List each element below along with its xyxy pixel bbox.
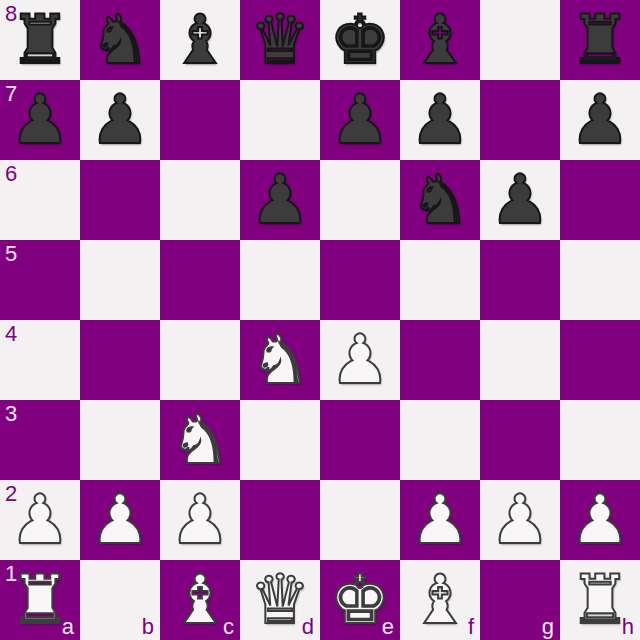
black-bishop-f8[interactable]: ♝	[400, 0, 480, 80]
file-label-g: g	[542, 616, 554, 638]
chess-board: 8♜♞♝♛♚♝♜7♟♟♟♟♟6♟♞♟54♞♟3♞2♟♟♟♟♟♟1a♜bc♝d♛e…	[0, 0, 640, 640]
square-e6[interactable]	[320, 160, 400, 240]
square-f8[interactable]: ♝	[400, 0, 480, 80]
square-a1[interactable]: 1a♜	[0, 560, 80, 640]
black-pawn-b7[interactable]: ♟	[80, 80, 160, 160]
square-c3[interactable]: ♞	[160, 400, 240, 480]
square-a5[interactable]: 5	[0, 240, 80, 320]
black-pawn-e7[interactable]: ♟	[320, 80, 400, 160]
black-knight-b8[interactable]: ♞	[80, 0, 160, 80]
square-f1[interactable]: f♝	[400, 560, 480, 640]
square-a4[interactable]: 4	[0, 320, 80, 400]
white-bishop-c1[interactable]: ♝	[160, 560, 240, 640]
rank-label-5: 5	[5, 243, 17, 265]
black-pawn-a7[interactable]: ♟	[0, 80, 80, 160]
square-f6[interactable]: ♞	[400, 160, 480, 240]
square-h3[interactable]	[560, 400, 640, 480]
white-pawn-h2[interactable]: ♟	[560, 480, 640, 560]
square-b6[interactable]	[80, 160, 160, 240]
square-b8[interactable]: ♞	[80, 0, 160, 80]
square-e4[interactable]: ♟	[320, 320, 400, 400]
square-c2[interactable]: ♟	[160, 480, 240, 560]
square-g8[interactable]	[480, 0, 560, 80]
rank-label-6: 6	[5, 163, 17, 185]
square-d8[interactable]: ♛	[240, 0, 320, 80]
rank-label-3: 3	[5, 403, 17, 425]
square-g1[interactable]: g	[480, 560, 560, 640]
square-e2[interactable]	[320, 480, 400, 560]
square-e8[interactable]: ♚	[320, 0, 400, 80]
square-d7[interactable]	[240, 80, 320, 160]
black-pawn-d6[interactable]: ♟	[240, 160, 320, 240]
square-f5[interactable]	[400, 240, 480, 320]
square-h8[interactable]: ♜	[560, 0, 640, 80]
square-a6[interactable]: 6	[0, 160, 80, 240]
square-a3[interactable]: 3	[0, 400, 80, 480]
square-e1[interactable]: e♚	[320, 560, 400, 640]
square-d4[interactable]: ♞	[240, 320, 320, 400]
square-b1[interactable]: b	[80, 560, 160, 640]
square-b5[interactable]	[80, 240, 160, 320]
square-b2[interactable]: ♟	[80, 480, 160, 560]
square-h7[interactable]: ♟	[560, 80, 640, 160]
white-queen-d1[interactable]: ♛	[240, 560, 320, 640]
square-f4[interactable]	[400, 320, 480, 400]
white-pawn-c2[interactable]: ♟	[160, 480, 240, 560]
white-knight-c3[interactable]: ♞	[160, 400, 240, 480]
black-pawn-g6[interactable]: ♟	[480, 160, 560, 240]
square-b4[interactable]	[80, 320, 160, 400]
square-a7[interactable]: 7♟	[0, 80, 80, 160]
square-c7[interactable]	[160, 80, 240, 160]
square-h6[interactable]	[560, 160, 640, 240]
square-c1[interactable]: c♝	[160, 560, 240, 640]
black-rook-a8[interactable]: ♜	[0, 0, 80, 80]
white-rook-h1[interactable]: ♜	[560, 560, 640, 640]
black-queen-d8[interactable]: ♛	[240, 0, 320, 80]
square-g3[interactable]	[480, 400, 560, 480]
square-b3[interactable]	[80, 400, 160, 480]
square-e7[interactable]: ♟	[320, 80, 400, 160]
square-d6[interactable]: ♟	[240, 160, 320, 240]
square-d3[interactable]	[240, 400, 320, 480]
black-pawn-h7[interactable]: ♟	[560, 80, 640, 160]
file-label-b: b	[142, 616, 154, 638]
white-knight-d4[interactable]: ♞	[240, 320, 320, 400]
white-pawn-e4[interactable]: ♟	[320, 320, 400, 400]
white-pawn-f2[interactable]: ♟	[400, 480, 480, 560]
white-king-e1[interactable]: ♚	[320, 560, 400, 640]
square-g2[interactable]: ♟	[480, 480, 560, 560]
square-c6[interactable]	[160, 160, 240, 240]
square-h2[interactable]: ♟	[560, 480, 640, 560]
square-f7[interactable]: ♟	[400, 80, 480, 160]
square-a8[interactable]: 8♜	[0, 0, 80, 80]
black-bishop-c8[interactable]: ♝	[160, 0, 240, 80]
square-h1[interactable]: h♜	[560, 560, 640, 640]
rank-label-4: 4	[5, 323, 17, 345]
white-pawn-a2[interactable]: ♟	[0, 480, 80, 560]
square-d2[interactable]	[240, 480, 320, 560]
square-e3[interactable]	[320, 400, 400, 480]
square-h5[interactable]	[560, 240, 640, 320]
square-g7[interactable]	[480, 80, 560, 160]
white-bishop-f1[interactable]: ♝	[400, 560, 480, 640]
white-pawn-g2[interactable]: ♟	[480, 480, 560, 560]
black-pawn-f7[interactable]: ♟	[400, 80, 480, 160]
square-d1[interactable]: d♛	[240, 560, 320, 640]
square-b7[interactable]: ♟	[80, 80, 160, 160]
square-d5[interactable]	[240, 240, 320, 320]
white-pawn-b2[interactable]: ♟	[80, 480, 160, 560]
square-g6[interactable]: ♟	[480, 160, 560, 240]
square-g4[interactable]	[480, 320, 560, 400]
square-a2[interactable]: 2♟	[0, 480, 80, 560]
square-c8[interactable]: ♝	[160, 0, 240, 80]
square-c5[interactable]	[160, 240, 240, 320]
square-e5[interactable]	[320, 240, 400, 320]
black-rook-h8[interactable]: ♜	[560, 0, 640, 80]
square-f3[interactable]	[400, 400, 480, 480]
square-g5[interactable]	[480, 240, 560, 320]
square-f2[interactable]: ♟	[400, 480, 480, 560]
white-rook-a1[interactable]: ♜	[0, 560, 80, 640]
square-h4[interactable]	[560, 320, 640, 400]
square-c4[interactable]	[160, 320, 240, 400]
black-king-e8[interactable]: ♚	[320, 0, 400, 80]
black-knight-f6[interactable]: ♞	[400, 160, 480, 240]
